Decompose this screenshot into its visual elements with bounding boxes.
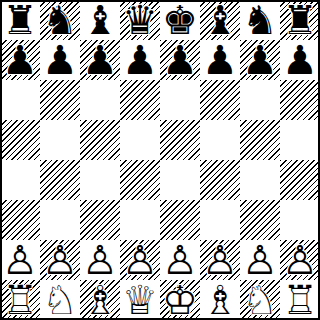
chess-board: ♜♞♝♛♚♝♞♜♟♟♟♟♟♟♟♟♟♙♟♙♟♙♟♙♟♙♟♙♟♙♟♙♜♖♞♘♝♗♛♕… xyxy=(0,0,320,320)
square-d1[interactable]: ♛♕ xyxy=(120,280,160,320)
square-g3[interactable] xyxy=(240,200,280,240)
square-f1[interactable]: ♝♗ xyxy=(200,280,240,320)
piece-white-bishop[interactable]: ♝♗ xyxy=(200,280,240,320)
square-e4[interactable] xyxy=(160,160,200,200)
piece-black-knight[interactable]: ♞ xyxy=(40,0,80,40)
piece-outline-glyph: ♗ xyxy=(80,280,120,320)
square-e5[interactable] xyxy=(160,120,200,160)
piece-outline-glyph: ♙ xyxy=(200,240,240,280)
square-c8[interactable]: ♝ xyxy=(80,0,120,40)
square-f6[interactable] xyxy=(200,80,240,120)
piece-white-pawn[interactable]: ♟♙ xyxy=(240,240,280,280)
square-d3[interactable] xyxy=(120,200,160,240)
square-h5[interactable] xyxy=(280,120,320,160)
square-h2[interactable]: ♟♙ xyxy=(280,240,320,280)
square-d2[interactable]: ♟♙ xyxy=(120,240,160,280)
square-a8[interactable]: ♜ xyxy=(0,0,40,40)
square-b6[interactable] xyxy=(40,80,80,120)
square-g1[interactable]: ♞♘ xyxy=(240,280,280,320)
square-c5[interactable] xyxy=(80,120,120,160)
square-a1[interactable]: ♜♖ xyxy=(0,280,40,320)
piece-black-pawn[interactable]: ♟ xyxy=(200,40,240,80)
square-e1[interactable]: ♚♔ xyxy=(160,280,200,320)
square-h8[interactable]: ♜ xyxy=(280,0,320,40)
square-h3[interactable] xyxy=(280,200,320,240)
piece-white-queen[interactable]: ♛♕ xyxy=(120,280,160,320)
piece-outline-glyph: ♙ xyxy=(0,240,40,280)
square-d8[interactable]: ♛ xyxy=(120,0,160,40)
piece-white-pawn[interactable]: ♟♙ xyxy=(160,240,200,280)
piece-black-queen[interactable]: ♛ xyxy=(120,0,160,40)
piece-white-rook[interactable]: ♜♖ xyxy=(280,280,320,320)
piece-outline-glyph: ♙ xyxy=(160,240,200,280)
piece-outline-glyph: ♙ xyxy=(240,240,280,280)
piece-outline-glyph: ♙ xyxy=(80,240,120,280)
square-e8[interactable]: ♚ xyxy=(160,0,200,40)
piece-white-pawn[interactable]: ♟♙ xyxy=(0,240,40,280)
piece-outline-glyph: ♕ xyxy=(120,280,160,320)
square-a7[interactable]: ♟ xyxy=(0,40,40,80)
square-g6[interactable] xyxy=(240,80,280,120)
square-g7[interactable]: ♟ xyxy=(240,40,280,80)
square-g5[interactable] xyxy=(240,120,280,160)
square-b4[interactable] xyxy=(40,160,80,200)
piece-black-king[interactable]: ♚ xyxy=(160,0,200,40)
square-c2[interactable]: ♟♙ xyxy=(80,240,120,280)
square-h1[interactable]: ♜♖ xyxy=(280,280,320,320)
piece-white-knight[interactable]: ♞♘ xyxy=(40,280,80,320)
piece-black-pawn[interactable]: ♟ xyxy=(160,40,200,80)
piece-white-bishop[interactable]: ♝♗ xyxy=(80,280,120,320)
piece-white-rook[interactable]: ♜♖ xyxy=(0,280,40,320)
piece-white-knight[interactable]: ♞♘ xyxy=(240,280,280,320)
piece-black-knight[interactable]: ♞ xyxy=(240,0,280,40)
square-g2[interactable]: ♟♙ xyxy=(240,240,280,280)
square-c4[interactable] xyxy=(80,160,120,200)
square-b5[interactable] xyxy=(40,120,80,160)
square-f3[interactable] xyxy=(200,200,240,240)
piece-outline-glyph: ♙ xyxy=(280,240,320,280)
piece-black-pawn[interactable]: ♟ xyxy=(240,40,280,80)
square-a2[interactable]: ♟♙ xyxy=(0,240,40,280)
square-b7[interactable]: ♟ xyxy=(40,40,80,80)
piece-white-pawn[interactable]: ♟♙ xyxy=(80,240,120,280)
piece-black-pawn[interactable]: ♟ xyxy=(0,40,40,80)
square-c7[interactable]: ♟ xyxy=(80,40,120,80)
square-a5[interactable] xyxy=(0,120,40,160)
square-e6[interactable] xyxy=(160,80,200,120)
square-d7[interactable]: ♟ xyxy=(120,40,160,80)
square-e7[interactable]: ♟ xyxy=(160,40,200,80)
square-g4[interactable] xyxy=(240,160,280,200)
piece-white-pawn[interactable]: ♟♙ xyxy=(120,240,160,280)
square-f2[interactable]: ♟♙ xyxy=(200,240,240,280)
square-f7[interactable]: ♟ xyxy=(200,40,240,80)
square-c1[interactable]: ♝♗ xyxy=(80,280,120,320)
piece-outline-glyph: ♖ xyxy=(0,280,40,320)
piece-black-rook[interactable]: ♜ xyxy=(280,0,320,40)
piece-black-pawn[interactable]: ♟ xyxy=(80,40,120,80)
square-c6[interactable] xyxy=(80,80,120,120)
square-b1[interactable]: ♞♘ xyxy=(40,280,80,320)
piece-outline-glyph: ♙ xyxy=(120,240,160,280)
square-h4[interactable] xyxy=(280,160,320,200)
piece-outline-glyph: ♘ xyxy=(40,280,80,320)
piece-black-pawn[interactable]: ♟ xyxy=(280,40,320,80)
piece-black-bishop[interactable]: ♝ xyxy=(80,0,120,40)
square-a4[interactable] xyxy=(0,160,40,200)
piece-black-rook[interactable]: ♜ xyxy=(0,0,40,40)
piece-outline-glyph: ♔ xyxy=(160,280,200,320)
piece-outline-glyph: ♖ xyxy=(280,280,320,320)
square-d5[interactable] xyxy=(120,120,160,160)
square-c3[interactable] xyxy=(80,200,120,240)
square-f8[interactable]: ♝ xyxy=(200,0,240,40)
piece-outline-glyph: ♗ xyxy=(200,280,240,320)
piece-white-pawn[interactable]: ♟♙ xyxy=(200,240,240,280)
piece-white-king[interactable]: ♚♔ xyxy=(160,280,200,320)
square-d4[interactable] xyxy=(120,160,160,200)
piece-white-pawn[interactable]: ♟♙ xyxy=(40,240,80,280)
piece-outline-glyph: ♙ xyxy=(40,240,80,280)
square-d6[interactable] xyxy=(120,80,160,120)
square-g8[interactable]: ♞ xyxy=(240,0,280,40)
square-f5[interactable] xyxy=(200,120,240,160)
square-h7[interactable]: ♟ xyxy=(280,40,320,80)
square-f4[interactable] xyxy=(200,160,240,200)
piece-white-pawn[interactable]: ♟♙ xyxy=(280,240,320,280)
square-e2[interactable]: ♟♙ xyxy=(160,240,200,280)
piece-black-pawn[interactable]: ♟ xyxy=(40,40,80,80)
piece-outline-glyph: ♘ xyxy=(240,280,280,320)
square-e3[interactable] xyxy=(160,200,200,240)
piece-black-pawn[interactable]: ♟ xyxy=(120,40,160,80)
square-b8[interactable]: ♞ xyxy=(40,0,80,40)
piece-black-bishop[interactable]: ♝ xyxy=(200,0,240,40)
square-h6[interactable] xyxy=(280,80,320,120)
square-b3[interactable] xyxy=(40,200,80,240)
square-b2[interactable]: ♟♙ xyxy=(40,240,80,280)
square-a3[interactable] xyxy=(0,200,40,240)
square-a6[interactable] xyxy=(0,80,40,120)
